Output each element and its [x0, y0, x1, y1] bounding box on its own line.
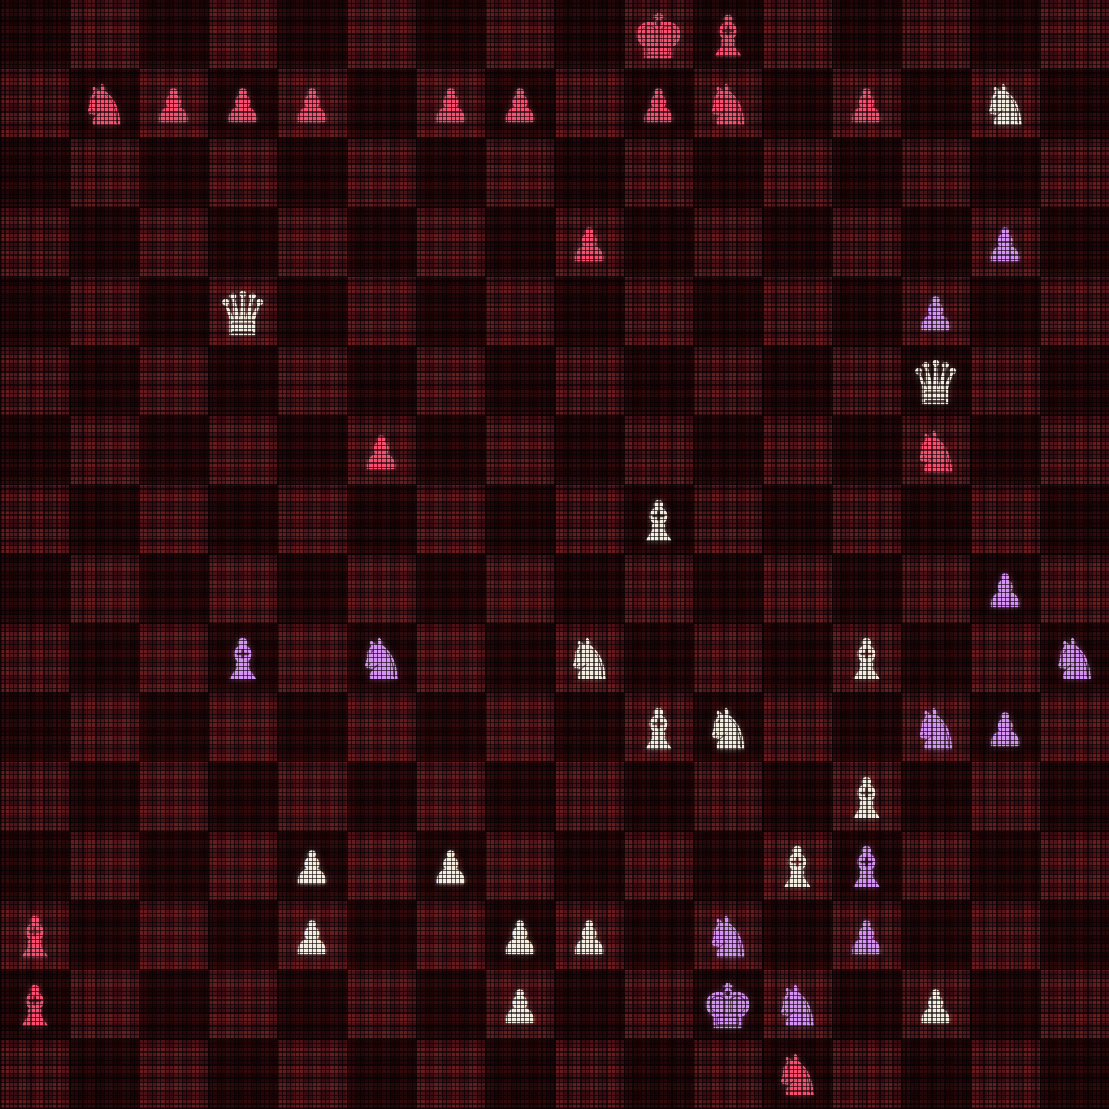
- square-r14c13[interactable]: ♟: [901, 970, 970, 1039]
- square-r15c14[interactable]: [970, 1040, 1039, 1109]
- square-r8c7[interactable]: [485, 555, 554, 624]
- square-r4c3[interactable]: ♛: [208, 277, 277, 346]
- square-r13c1[interactable]: [69, 901, 138, 970]
- white-bishop[interactable]: ♝: [633, 494, 683, 550]
- square-r14c10[interactable]: ♚: [693, 970, 762, 1039]
- pink-pawn[interactable]: ♟: [846, 83, 887, 129]
- square-r10c15[interactable]: [1040, 693, 1109, 762]
- square-r12c15[interactable]: [1040, 832, 1109, 901]
- square-r14c11[interactable]: ♞: [762, 970, 831, 1039]
- square-r11c15[interactable]: [1040, 762, 1109, 831]
- square-r0c1[interactable]: [69, 0, 138, 69]
- square-r3c5[interactable]: [347, 208, 416, 277]
- square-r0c15[interactable]: [1040, 0, 1109, 69]
- violet-pawn[interactable]: ♟: [846, 915, 887, 961]
- square-r7c6[interactable]: [416, 485, 485, 554]
- square-r9c15[interactable]: ♞: [1040, 624, 1109, 693]
- pink-knight[interactable]: ♞: [703, 78, 753, 134]
- square-r15c3[interactable]: [208, 1040, 277, 1109]
- square-r9c8[interactable]: ♞: [555, 624, 624, 693]
- square-r8c6[interactable]: [416, 555, 485, 624]
- square-r7c14[interactable]: [970, 485, 1039, 554]
- square-r1c5[interactable]: [347, 69, 416, 138]
- square-r11c9[interactable]: [624, 762, 693, 831]
- square-r13c15[interactable]: [1040, 901, 1109, 970]
- white-knight[interactable]: ♞: [980, 78, 1030, 134]
- square-r13c3[interactable]: [208, 901, 277, 970]
- violet-pawn[interactable]: ♟: [984, 707, 1025, 753]
- square-r15c8[interactable]: [555, 1040, 624, 1109]
- square-r12c4[interactable]: ♟: [277, 832, 346, 901]
- square-r10c12[interactable]: [832, 693, 901, 762]
- square-r3c1[interactable]: [69, 208, 138, 277]
- square-r13c14[interactable]: [970, 901, 1039, 970]
- square-r4c15[interactable]: [1040, 277, 1109, 346]
- square-r9c2[interactable]: [139, 624, 208, 693]
- pink-knight[interactable]: ♞: [911, 425, 961, 481]
- white-pawn[interactable]: ♟: [430, 845, 471, 891]
- square-r7c12[interactable]: [832, 485, 901, 554]
- square-r3c8[interactable]: ♟: [555, 208, 624, 277]
- square-r1c8[interactable]: [555, 69, 624, 138]
- square-r0c2[interactable]: [139, 0, 208, 69]
- square-r10c0[interactable]: [0, 693, 69, 762]
- square-r12c12[interactable]: ♝: [832, 832, 901, 901]
- square-r13c4[interactable]: ♟: [277, 901, 346, 970]
- square-r8c5[interactable]: [347, 555, 416, 624]
- square-r8c15[interactable]: [1040, 555, 1109, 624]
- square-r13c0[interactable]: ♝: [0, 901, 69, 970]
- square-r8c9[interactable]: [624, 555, 693, 624]
- square-r12c13[interactable]: [901, 832, 970, 901]
- square-r11c1[interactable]: [69, 762, 138, 831]
- square-r0c10[interactable]: ♝: [693, 0, 762, 69]
- violet-knight[interactable]: ♞: [703, 910, 753, 966]
- square-r6c5[interactable]: ♟: [347, 416, 416, 485]
- square-r8c2[interactable]: [139, 555, 208, 624]
- square-r5c10[interactable]: [693, 347, 762, 416]
- square-r8c11[interactable]: [762, 555, 831, 624]
- pink-pawn[interactable]: ♟: [430, 83, 471, 129]
- square-r6c1[interactable]: [69, 416, 138, 485]
- square-r4c6[interactable]: [416, 277, 485, 346]
- square-r7c2[interactable]: [139, 485, 208, 554]
- square-r2c10[interactable]: [693, 139, 762, 208]
- square-r11c13[interactable]: [901, 762, 970, 831]
- square-r4c4[interactable]: [277, 277, 346, 346]
- square-r7c8[interactable]: [555, 485, 624, 554]
- square-r11c2[interactable]: [139, 762, 208, 831]
- square-r8c13[interactable]: [901, 555, 970, 624]
- white-bishop[interactable]: ♝: [633, 702, 683, 758]
- pink-pawn[interactable]: ♟: [499, 83, 540, 129]
- square-r8c12[interactable]: [832, 555, 901, 624]
- square-r1c10[interactable]: ♞: [693, 69, 762, 138]
- square-r11c8[interactable]: [555, 762, 624, 831]
- square-r6c7[interactable]: [485, 416, 554, 485]
- pink-pawn[interactable]: ♟: [222, 83, 263, 129]
- square-r9c13[interactable]: [901, 624, 970, 693]
- square-r9c10[interactable]: [693, 624, 762, 693]
- square-r1c12[interactable]: ♟: [832, 69, 901, 138]
- square-r12c11[interactable]: ♝: [762, 832, 831, 901]
- square-r1c6[interactable]: ♟: [416, 69, 485, 138]
- square-r12c14[interactable]: [970, 832, 1039, 901]
- square-r5c6[interactable]: [416, 347, 485, 416]
- square-r13c8[interactable]: ♟: [555, 901, 624, 970]
- square-r15c11[interactable]: ♞: [762, 1040, 831, 1109]
- square-r7c13[interactable]: [901, 485, 970, 554]
- square-r6c3[interactable]: [208, 416, 277, 485]
- square-r0c14[interactable]: [970, 0, 1039, 69]
- pink-bishop[interactable]: ♝: [703, 9, 753, 65]
- square-r14c3[interactable]: [208, 970, 277, 1039]
- square-r10c8[interactable]: [555, 693, 624, 762]
- square-r3c7[interactable]: [485, 208, 554, 277]
- square-r14c6[interactable]: [416, 970, 485, 1039]
- square-r12c0[interactable]: [0, 832, 69, 901]
- square-r11c3[interactable]: [208, 762, 277, 831]
- square-r4c9[interactable]: [624, 277, 693, 346]
- pink-king[interactable]: ♚: [631, 6, 687, 68]
- square-r10c3[interactable]: [208, 693, 277, 762]
- square-r12c2[interactable]: [139, 832, 208, 901]
- square-r10c9[interactable]: ♝: [624, 693, 693, 762]
- square-r2c5[interactable]: [347, 139, 416, 208]
- square-r5c12[interactable]: [832, 347, 901, 416]
- square-r5c4[interactable]: [277, 347, 346, 416]
- square-r2c6[interactable]: [416, 139, 485, 208]
- square-r15c12[interactable]: [832, 1040, 901, 1109]
- violet-knight[interactable]: ♞: [911, 702, 961, 758]
- square-r6c10[interactable]: [693, 416, 762, 485]
- square-r0c8[interactable]: [555, 0, 624, 69]
- square-r15c5[interactable]: [347, 1040, 416, 1109]
- square-r7c11[interactable]: [762, 485, 831, 554]
- square-r3c3[interactable]: [208, 208, 277, 277]
- square-r14c2[interactable]: [139, 970, 208, 1039]
- square-r8c3[interactable]: [208, 555, 277, 624]
- square-r15c15[interactable]: [1040, 1040, 1109, 1109]
- square-r8c10[interactable]: [693, 555, 762, 624]
- square-r5c5[interactable]: [347, 347, 416, 416]
- square-r9c7[interactable]: [485, 624, 554, 693]
- square-r5c8[interactable]: [555, 347, 624, 416]
- square-r12c1[interactable]: [69, 832, 138, 901]
- square-r7c9[interactable]: ♝: [624, 485, 693, 554]
- square-r3c0[interactable]: [0, 208, 69, 277]
- square-r9c1[interactable]: [69, 624, 138, 693]
- square-r1c2[interactable]: ♟: [139, 69, 208, 138]
- square-r3c4[interactable]: [277, 208, 346, 277]
- square-r14c4[interactable]: [277, 970, 346, 1039]
- white-bishop[interactable]: ♝: [841, 632, 891, 688]
- square-r0c9[interactable]: ♚: [624, 0, 693, 69]
- square-r4c13[interactable]: ♟: [901, 277, 970, 346]
- square-r1c11[interactable]: [762, 69, 831, 138]
- square-r11c11[interactable]: [762, 762, 831, 831]
- square-r3c9[interactable]: [624, 208, 693, 277]
- square-r13c10[interactable]: ♞: [693, 901, 762, 970]
- square-r5c14[interactable]: [970, 347, 1039, 416]
- square-r2c7[interactable]: [485, 139, 554, 208]
- square-r5c1[interactable]: [69, 347, 138, 416]
- square-r2c0[interactable]: [0, 139, 69, 208]
- square-r2c13[interactable]: [901, 139, 970, 208]
- violet-knight[interactable]: ♞: [772, 979, 822, 1035]
- pink-knight[interactable]: ♞: [79, 78, 129, 134]
- square-r4c5[interactable]: [347, 277, 416, 346]
- square-r14c0[interactable]: ♝: [0, 970, 69, 1039]
- square-r7c1[interactable]: [69, 485, 138, 554]
- square-r5c13[interactable]: ♛: [901, 347, 970, 416]
- white-pawn[interactable]: ♟: [569, 915, 610, 961]
- square-r4c10[interactable]: [693, 277, 762, 346]
- square-r13c9[interactable]: [624, 901, 693, 970]
- pink-pawn[interactable]: ♟: [361, 430, 402, 476]
- square-r9c11[interactable]: [762, 624, 831, 693]
- square-r12c3[interactable]: [208, 832, 277, 901]
- square-r8c0[interactable]: [0, 555, 69, 624]
- square-r3c10[interactable]: [693, 208, 762, 277]
- square-r11c4[interactable]: [277, 762, 346, 831]
- square-r14c12[interactable]: [832, 970, 901, 1039]
- square-r14c9[interactable]: [624, 970, 693, 1039]
- square-r12c7[interactable]: [485, 832, 554, 901]
- square-r14c15[interactable]: [1040, 970, 1109, 1039]
- violet-king[interactable]: ♚: [700, 976, 756, 1038]
- violet-pawn[interactable]: ♟: [984, 568, 1025, 614]
- violet-knight[interactable]: ♞: [1049, 632, 1099, 688]
- white-pawn[interactable]: ♟: [499, 984, 540, 1030]
- square-r1c4[interactable]: ♟: [277, 69, 346, 138]
- square-r15c7[interactable]: [485, 1040, 554, 1109]
- white-queen[interactable]: ♛: [216, 284, 270, 344]
- square-r9c0[interactable]: [0, 624, 69, 693]
- square-r13c5[interactable]: [347, 901, 416, 970]
- violet-pawn[interactable]: ♟: [984, 222, 1025, 268]
- square-r2c11[interactable]: [762, 139, 831, 208]
- square-r12c10[interactable]: [693, 832, 762, 901]
- square-r7c4[interactable]: [277, 485, 346, 554]
- square-r2c3[interactable]: [208, 139, 277, 208]
- square-r15c9[interactable]: [624, 1040, 693, 1109]
- square-r0c13[interactable]: [901, 0, 970, 69]
- square-r0c0[interactable]: [0, 0, 69, 69]
- violet-bishop[interactable]: ♝: [841, 840, 891, 896]
- square-r2c15[interactable]: [1040, 139, 1109, 208]
- violet-knight[interactable]: ♞: [356, 632, 406, 688]
- square-r3c11[interactable]: [762, 208, 831, 277]
- square-r11c7[interactable]: [485, 762, 554, 831]
- square-r1c13[interactable]: [901, 69, 970, 138]
- white-bishop[interactable]: ♝: [841, 771, 891, 827]
- white-pawn[interactable]: ♟: [499, 915, 540, 961]
- square-r8c4[interactable]: [277, 555, 346, 624]
- square-r8c14[interactable]: ♟: [970, 555, 1039, 624]
- square-r6c4[interactable]: [277, 416, 346, 485]
- square-r2c1[interactable]: [69, 139, 138, 208]
- square-r0c6[interactable]: [416, 0, 485, 69]
- square-r4c8[interactable]: [555, 277, 624, 346]
- square-r2c12[interactable]: [832, 139, 901, 208]
- square-r13c2[interactable]: [139, 901, 208, 970]
- square-r2c9[interactable]: [624, 139, 693, 208]
- square-r15c1[interactable]: [69, 1040, 138, 1109]
- square-r7c3[interactable]: [208, 485, 277, 554]
- white-queen[interactable]: ♛: [909, 353, 963, 413]
- square-r6c11[interactable]: [762, 416, 831, 485]
- square-r3c15[interactable]: [1040, 208, 1109, 277]
- pink-bishop[interactable]: ♝: [10, 979, 60, 1035]
- square-r3c14[interactable]: ♟: [970, 208, 1039, 277]
- square-r12c9[interactable]: [624, 832, 693, 901]
- pink-knight[interactable]: ♞: [772, 1048, 822, 1104]
- pink-pawn[interactable]: ♟: [291, 83, 332, 129]
- square-r1c9[interactable]: ♟: [624, 69, 693, 138]
- square-r4c0[interactable]: [0, 277, 69, 346]
- white-knight[interactable]: ♞: [703, 702, 753, 758]
- square-r9c9[interactable]: [624, 624, 693, 693]
- square-r5c15[interactable]: [1040, 347, 1109, 416]
- square-r6c0[interactable]: [0, 416, 69, 485]
- square-r10c13[interactable]: ♞: [901, 693, 970, 762]
- square-r11c0[interactable]: [0, 762, 69, 831]
- square-r10c10[interactable]: ♞: [693, 693, 762, 762]
- pink-pawn[interactable]: ♟: [569, 222, 610, 268]
- square-r4c14[interactable]: [970, 277, 1039, 346]
- square-r13c12[interactable]: ♟: [832, 901, 901, 970]
- square-r11c5[interactable]: [347, 762, 416, 831]
- square-r9c12[interactable]: ♝: [832, 624, 901, 693]
- square-r7c15[interactable]: [1040, 485, 1109, 554]
- square-r9c5[interactable]: ♞: [347, 624, 416, 693]
- square-r5c0[interactable]: [0, 347, 69, 416]
- square-r4c2[interactable]: [139, 277, 208, 346]
- square-r10c5[interactable]: [347, 693, 416, 762]
- square-r0c3[interactable]: [208, 0, 277, 69]
- square-r5c9[interactable]: [624, 347, 693, 416]
- square-r6c12[interactable]: [832, 416, 901, 485]
- pink-pawn[interactable]: ♟: [153, 83, 194, 129]
- square-r7c10[interactable]: [693, 485, 762, 554]
- square-r3c12[interactable]: [832, 208, 901, 277]
- square-r15c13[interactable]: [901, 1040, 970, 1109]
- square-r5c7[interactable]: [485, 347, 554, 416]
- square-r14c1[interactable]: [69, 970, 138, 1039]
- white-pawn[interactable]: ♟: [291, 915, 332, 961]
- square-r1c3[interactable]: ♟: [208, 69, 277, 138]
- white-knight[interactable]: ♞: [564, 632, 614, 688]
- square-r13c7[interactable]: ♟: [485, 901, 554, 970]
- white-pawn[interactable]: ♟: [291, 845, 332, 891]
- square-r13c6[interactable]: [416, 901, 485, 970]
- square-r5c2[interactable]: [139, 347, 208, 416]
- square-r11c12[interactable]: ♝: [832, 762, 901, 831]
- square-r11c6[interactable]: [416, 762, 485, 831]
- square-r4c12[interactable]: [832, 277, 901, 346]
- square-r6c2[interactable]: [139, 416, 208, 485]
- pink-pawn[interactable]: ♟: [638, 83, 679, 129]
- square-r2c2[interactable]: [139, 139, 208, 208]
- square-r3c2[interactable]: [139, 208, 208, 277]
- square-r1c15[interactable]: [1040, 69, 1109, 138]
- square-r0c5[interactable]: [347, 0, 416, 69]
- square-r2c8[interactable]: [555, 139, 624, 208]
- square-r4c7[interactable]: [485, 277, 554, 346]
- square-r11c14[interactable]: [970, 762, 1039, 831]
- square-r7c7[interactable]: [485, 485, 554, 554]
- square-r0c7[interactable]: [485, 0, 554, 69]
- square-r6c6[interactable]: [416, 416, 485, 485]
- square-r5c11[interactable]: [762, 347, 831, 416]
- square-r15c6[interactable]: [416, 1040, 485, 1109]
- square-r1c14[interactable]: ♞: [970, 69, 1039, 138]
- square-r0c12[interactable]: [832, 0, 901, 69]
- square-r1c7[interactable]: ♟: [485, 69, 554, 138]
- square-r11c10[interactable]: [693, 762, 762, 831]
- square-r6c14[interactable]: [970, 416, 1039, 485]
- square-r7c0[interactable]: [0, 485, 69, 554]
- square-r13c11[interactable]: [762, 901, 831, 970]
- square-r10c2[interactable]: [139, 693, 208, 762]
- square-r15c4[interactable]: [277, 1040, 346, 1109]
- square-r15c10[interactable]: [693, 1040, 762, 1109]
- white-pawn[interactable]: ♟: [915, 984, 956, 1030]
- square-r9c3[interactable]: ♝: [208, 624, 277, 693]
- square-r10c4[interactable]: [277, 693, 346, 762]
- violet-bishop[interactable]: ♝: [217, 632, 267, 688]
- square-r10c1[interactable]: [69, 693, 138, 762]
- square-r4c1[interactable]: [69, 277, 138, 346]
- square-r14c8[interactable]: [555, 970, 624, 1039]
- square-r9c4[interactable]: [277, 624, 346, 693]
- square-r6c13[interactable]: ♞: [901, 416, 970, 485]
- square-r5c3[interactable]: [208, 347, 277, 416]
- square-r9c14[interactable]: [970, 624, 1039, 693]
- violet-pawn[interactable]: ♟: [915, 291, 956, 337]
- square-r2c4[interactable]: [277, 139, 346, 208]
- square-r14c14[interactable]: [970, 970, 1039, 1039]
- square-r9c6[interactable]: [416, 624, 485, 693]
- square-r10c14[interactable]: ♟: [970, 693, 1039, 762]
- square-r12c8[interactable]: [555, 832, 624, 901]
- square-r6c9[interactable]: [624, 416, 693, 485]
- square-r1c0[interactable]: [0, 69, 69, 138]
- square-r0c11[interactable]: [762, 0, 831, 69]
- square-r2c14[interactable]: [970, 139, 1039, 208]
- square-r4c11[interactable]: [762, 277, 831, 346]
- square-r3c6[interactable]: [416, 208, 485, 277]
- white-bishop[interactable]: ♝: [772, 840, 822, 896]
- square-r8c8[interactable]: [555, 555, 624, 624]
- square-r13c13[interactable]: [901, 901, 970, 970]
- square-r6c8[interactable]: [555, 416, 624, 485]
- square-r14c5[interactable]: [347, 970, 416, 1039]
- square-r15c2[interactable]: [139, 1040, 208, 1109]
- square-r14c7[interactable]: ♟: [485, 970, 554, 1039]
- pink-bishop[interactable]: ♝: [10, 910, 60, 966]
- square-r1c1[interactable]: ♞: [69, 69, 138, 138]
- square-r12c6[interactable]: ♟: [416, 832, 485, 901]
- square-r3c13[interactable]: [901, 208, 970, 277]
- square-r10c6[interactable]: [416, 693, 485, 762]
- square-r12c5[interactable]: [347, 832, 416, 901]
- square-r7c5[interactable]: [347, 485, 416, 554]
- square-r0c4[interactable]: [277, 0, 346, 69]
- square-r15c0[interactable]: [0, 1040, 69, 1109]
- square-r8c1[interactable]: [69, 555, 138, 624]
